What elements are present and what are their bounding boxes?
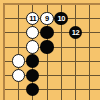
go-board: 1191012 (0, 0, 100, 100)
stone-white-11: 11 (26, 12, 39, 25)
stone-white (12, 54, 25, 67)
stone-white (26, 40, 39, 53)
move-number-label: 9 (45, 15, 49, 23)
stones-grid: 1191012 (0, 0, 97, 97)
stone-black (40, 40, 53, 53)
move-number-label: 10 (57, 15, 65, 23)
stone-white (26, 26, 39, 39)
stone-black (26, 54, 39, 67)
stone-black-10: 10 (54, 12, 67, 25)
stone-black-12: 12 (69, 26, 82, 39)
stone-black (26, 69, 39, 82)
move-number-label: 12 (72, 29, 80, 37)
stone-black (26, 83, 39, 96)
stone-black (40, 26, 53, 39)
stone-white-9: 9 (40, 12, 53, 25)
stone-white (12, 69, 25, 82)
move-number-label: 11 (29, 15, 36, 23)
